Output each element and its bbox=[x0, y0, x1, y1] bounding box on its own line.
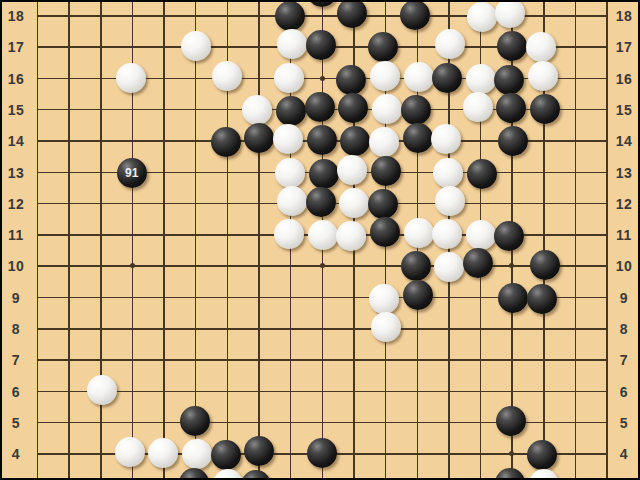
black-stone-p9 bbox=[498, 283, 528, 313]
white-stone-d4 bbox=[115, 437, 145, 467]
row-label-left-13: 13 bbox=[3, 165, 29, 181]
black-stone-f3 bbox=[179, 468, 209, 480]
white-stone-g3 bbox=[213, 469, 243, 480]
white-stone-o18 bbox=[467, 2, 497, 32]
white-stone-i11 bbox=[274, 219, 304, 249]
row-label-right-9: 9 bbox=[611, 290, 637, 306]
white-stone-q3 bbox=[529, 469, 559, 480]
black-stone-q15 bbox=[530, 94, 560, 124]
grid-hline bbox=[37, 328, 608, 330]
white-stone-l16 bbox=[370, 61, 400, 91]
star-point bbox=[320, 76, 325, 81]
row-label-right-16: 16 bbox=[611, 71, 637, 87]
white-stone-i16 bbox=[274, 63, 304, 93]
star-point bbox=[130, 263, 135, 268]
row-label-left-18: 18 bbox=[3, 8, 29, 24]
white-stone-o16 bbox=[466, 64, 496, 94]
black-stone-j4 bbox=[307, 438, 337, 468]
grid-vline bbox=[606, 0, 608, 480]
black-stone-k14 bbox=[340, 126, 370, 156]
last-move-number-label: 91 bbox=[117, 158, 147, 188]
black-stone-k16 bbox=[336, 65, 366, 95]
black-stone-l12 bbox=[368, 189, 398, 219]
star-point bbox=[509, 263, 514, 268]
white-stone-f17 bbox=[181, 31, 211, 61]
black-stone-q10 bbox=[530, 250, 560, 280]
black-stone-q9 bbox=[527, 284, 557, 314]
row-label-left-4: 4 bbox=[3, 446, 29, 462]
row-label-right-10: 10 bbox=[611, 258, 637, 274]
grid-vline bbox=[575, 0, 577, 480]
black-stone-g4 bbox=[211, 440, 241, 470]
black-stone-l13 bbox=[371, 156, 401, 186]
white-stone-k11 bbox=[336, 221, 366, 251]
black-stone-h14 bbox=[244, 123, 274, 153]
grid-vline bbox=[68, 0, 70, 480]
row-label-left-6: 6 bbox=[3, 384, 29, 400]
black-stone-i15 bbox=[276, 96, 306, 126]
black-stone-l17 bbox=[368, 32, 398, 62]
black-stone-m10 bbox=[401, 251, 431, 281]
black-stone-i18 bbox=[275, 1, 305, 31]
black-stone-m18 bbox=[400, 0, 430, 30]
black-stone-m15 bbox=[401, 95, 431, 125]
row-label-right-12: 12 bbox=[611, 196, 637, 212]
white-stone-l15 bbox=[372, 94, 402, 124]
white-stone-c6 bbox=[87, 375, 117, 405]
white-stone-n17 bbox=[435, 29, 465, 59]
grid-hline bbox=[37, 391, 608, 393]
row-label-right-8: 8 bbox=[611, 321, 637, 337]
row-label-right-13: 13 bbox=[611, 165, 637, 181]
white-stone-m11 bbox=[404, 218, 434, 248]
row-label-right-18: 18 bbox=[611, 8, 637, 24]
black-stone-d13: 91 bbox=[117, 158, 147, 188]
black-stone-j12 bbox=[306, 187, 336, 217]
white-stone-f4 bbox=[182, 439, 212, 469]
black-stone-j13 bbox=[309, 159, 339, 189]
row-label-left-7: 7 bbox=[3, 352, 29, 368]
black-stone-g14 bbox=[211, 127, 241, 157]
white-stone-o15 bbox=[463, 92, 493, 122]
white-stone-l8 bbox=[371, 312, 401, 342]
black-stone-o10 bbox=[463, 248, 493, 278]
white-stone-l9 bbox=[369, 284, 399, 314]
white-stone-n10 bbox=[434, 252, 464, 282]
white-stone-n14 bbox=[431, 124, 461, 154]
row-label-right-17: 17 bbox=[611, 39, 637, 55]
white-stone-j11 bbox=[308, 220, 338, 250]
black-stone-j19 bbox=[307, 0, 337, 7]
row-label-left-5: 5 bbox=[3, 415, 29, 431]
black-stone-m9 bbox=[403, 280, 433, 310]
row-label-left-14: 14 bbox=[3, 133, 29, 149]
row-label-right-5: 5 bbox=[611, 415, 637, 431]
black-stone-p5 bbox=[496, 406, 526, 436]
black-stone-p16 bbox=[494, 65, 524, 95]
star-point bbox=[320, 263, 325, 268]
star-point bbox=[509, 451, 514, 456]
go-board-screen: 1818171716161515141413131212111110109988… bbox=[0, 0, 640, 480]
row-label-left-10: 10 bbox=[3, 258, 29, 274]
white-stone-d16 bbox=[116, 63, 146, 93]
black-stone-p15 bbox=[496, 93, 526, 123]
white-stone-k13 bbox=[337, 155, 367, 185]
row-label-left-8: 8 bbox=[3, 321, 29, 337]
white-stone-m16 bbox=[404, 62, 434, 92]
white-stone-q17 bbox=[526, 32, 556, 62]
black-stone-p11 bbox=[494, 221, 524, 251]
grid-vline bbox=[163, 0, 165, 480]
white-stone-o11 bbox=[466, 220, 496, 250]
white-stone-i13 bbox=[275, 158, 305, 188]
row-label-left-16: 16 bbox=[3, 71, 29, 87]
row-label-right-11: 11 bbox=[611, 227, 637, 243]
row-label-left-9: 9 bbox=[3, 290, 29, 306]
row-label-right-4: 4 bbox=[611, 446, 637, 462]
white-stone-k12 bbox=[339, 188, 369, 218]
white-stone-n13 bbox=[433, 158, 463, 188]
row-label-right-7: 7 bbox=[611, 352, 637, 368]
white-stone-q16 bbox=[528, 61, 558, 91]
black-stone-j15 bbox=[305, 92, 335, 122]
black-stone-h4 bbox=[244, 436, 274, 466]
black-stone-k18 bbox=[337, 0, 367, 28]
black-stone-h3 bbox=[241, 470, 271, 480]
row-label-right-15: 15 bbox=[611, 102, 637, 118]
grid-vline bbox=[37, 0, 39, 480]
grid-hline bbox=[37, 359, 608, 361]
black-stone-j17 bbox=[306, 30, 336, 60]
black-stone-p14 bbox=[498, 126, 528, 156]
row-label-left-17: 17 bbox=[3, 39, 29, 55]
white-stone-n11 bbox=[432, 219, 462, 249]
black-stone-n16 bbox=[432, 63, 462, 93]
white-stone-h15 bbox=[242, 95, 272, 125]
white-stone-i12 bbox=[277, 186, 307, 216]
black-stone-q4 bbox=[527, 440, 557, 470]
row-label-left-12: 12 bbox=[3, 196, 29, 212]
black-stone-f5 bbox=[180, 406, 210, 436]
white-stone-p18 bbox=[495, 0, 525, 28]
row-label-left-15: 15 bbox=[3, 102, 29, 118]
black-stone-j14 bbox=[307, 125, 337, 155]
grid-vline bbox=[100, 0, 102, 480]
black-stone-o13 bbox=[467, 159, 497, 189]
white-stone-i17 bbox=[277, 29, 307, 59]
white-stone-g16 bbox=[212, 61, 242, 91]
white-stone-n12 bbox=[435, 186, 465, 216]
white-stone-l14 bbox=[369, 127, 399, 157]
row-label-right-6: 6 bbox=[611, 384, 637, 400]
black-stone-l11 bbox=[370, 217, 400, 247]
row-label-left-11: 11 bbox=[3, 227, 29, 243]
grid-vline bbox=[258, 0, 260, 480]
row-label-right-14: 14 bbox=[611, 133, 637, 149]
white-stone-e4 bbox=[148, 438, 178, 468]
black-stone-k15 bbox=[338, 93, 368, 123]
black-stone-p17 bbox=[497, 31, 527, 61]
white-stone-i14 bbox=[273, 124, 303, 154]
black-stone-p3 bbox=[495, 468, 525, 480]
black-stone-m14 bbox=[403, 123, 433, 153]
